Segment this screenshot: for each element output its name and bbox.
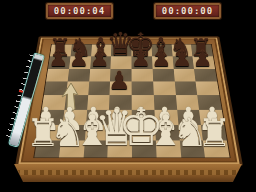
piece-black-pawn-g7[interactable]: ♟ bbox=[172, 48, 192, 70]
piece-white-rook-h1[interactable]: ♜ bbox=[198, 114, 232, 152]
square-f5[interactable] bbox=[153, 82, 176, 96]
square-g5[interactable] bbox=[174, 82, 197, 96]
piece-black-pawn-f7[interactable]: ♟ bbox=[152, 48, 172, 70]
piece-black-pawn-h7[interactable]: ♟ bbox=[193, 48, 213, 70]
piece-black-pawn-e7[interactable]: ♟ bbox=[131, 48, 151, 70]
piece-black-pawn-b7[interactable]: ♟ bbox=[69, 48, 89, 70]
square-c5[interactable] bbox=[88, 82, 110, 96]
piece-black-pawn-a7[interactable]: ♟ bbox=[48, 48, 68, 70]
white-clock-time: 00:00:04 bbox=[54, 7, 105, 16]
square-e5[interactable] bbox=[132, 82, 154, 96]
piece-black-pawn-d5[interactable]: ♟ bbox=[108, 68, 130, 93]
square-h5[interactable] bbox=[196, 82, 220, 96]
piece-black-pawn-c7[interactable]: ♟ bbox=[90, 48, 110, 70]
black-clock-time: 00:00:00 bbox=[162, 7, 213, 16]
white-clock: 00:00:04 bbox=[46, 3, 113, 19]
game-screen: 00:00:04 00:00:00 ♜♞♝♛♚♝♞♜♟♟♟♟♟♟♟♟♟♟♟♟♟♟… bbox=[0, 0, 256, 192]
board-carved-trim bbox=[0, 170, 256, 175]
black-clock: 00:00:00 bbox=[154, 3, 221, 19]
